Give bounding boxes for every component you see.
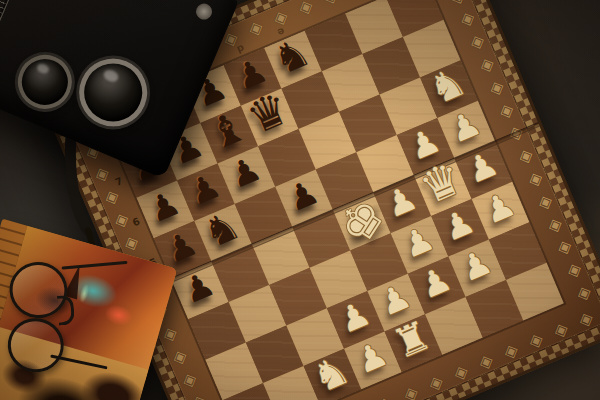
camera-lens-icon	[69, 48, 158, 137]
diamond-inlay-icon: ◈	[169, 344, 190, 369]
glasses-temple-arm	[50, 354, 107, 369]
diamond-inlay-icon: ◈	[500, 338, 521, 363]
diamond-inlay-icon: ◈	[466, 29, 487, 54]
diamond-inlay-icon: ◈	[450, 359, 471, 384]
chess-photo-scene: ◈◈◈◈◈◈◈◈◈◈◈◈◈◈◈ ◈◈◈◈◈◈◈◈◈◈◈◈◈◈◈ ◈◈◈◈◈◈◈◈…	[0, 0, 600, 400]
diamond-inlay-icon: ◈	[457, 6, 478, 31]
glasses-temple-arm	[62, 261, 128, 270]
reading-glasses[interactable]	[0, 227, 174, 400]
diamond-inlay-icon: ◈	[554, 234, 575, 259]
diamond-inlay-icon: ◈	[188, 389, 209, 400]
diamond-inlay-icon: ◈	[476, 52, 497, 77]
diamond-inlay-icon: ◈	[400, 380, 421, 400]
diamond-inlay-icon: ◈	[525, 327, 546, 352]
diamond-inlay-icon: ◈	[534, 189, 555, 214]
glasses-lens	[4, 315, 67, 376]
diamond-inlay-icon: ◈	[575, 306, 596, 331]
diamond-inlay-icon: ◈	[525, 166, 546, 191]
camera-knob	[194, 1, 215, 22]
diamond-inlay-icon: ◈	[475, 349, 496, 374]
diamond-inlay-icon: ◈	[179, 366, 200, 391]
diamond-inlay-icon: ◈	[573, 280, 594, 305]
diamond-inlay-icon: ◈	[245, 15, 266, 40]
diamond-inlay-icon: ◈	[550, 317, 571, 342]
diamond-inlay-icon: ◈	[544, 211, 565, 236]
diamond-inlay-icon: ◈	[425, 370, 446, 395]
diamond-inlay-icon: ◈	[496, 97, 517, 122]
camera-viewfinder-lens-icon	[9, 47, 80, 118]
camera-nameplate	[0, 0, 20, 65]
glasses-bridge	[57, 295, 75, 326]
diamond-inlay-icon: ◈	[375, 391, 396, 400]
diamond-inlay-icon: ◈	[320, 0, 341, 8]
diamond-inlay-icon: ◈	[515, 143, 536, 168]
diamond-inlay-icon: ◈	[295, 0, 316, 18]
diamond-inlay-icon: ◈	[563, 257, 584, 282]
diamond-inlay-icon: ◈	[486, 74, 507, 99]
